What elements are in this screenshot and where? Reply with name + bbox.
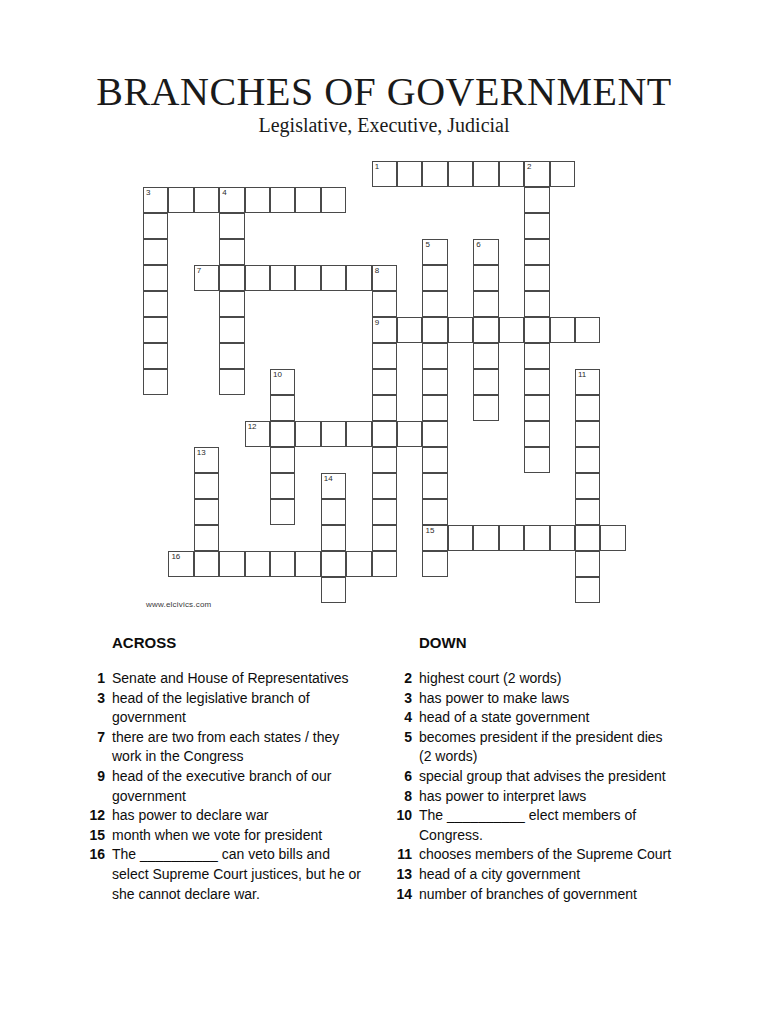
cell-r16-c5[interactable] — [245, 551, 270, 577]
clue-down-14: 14number of branches of government — [390, 885, 700, 905]
cell-r5-c4[interactable] — [219, 265, 244, 291]
across-heading: ACROSS — [105, 634, 383, 651]
cell-r5-c1[interactable] — [143, 265, 168, 291]
cell-r15-c3[interactable] — [194, 525, 219, 551]
cell-r14-c12[interactable] — [422, 499, 447, 525]
crossword-grid: 12345678910111213141516 — [143, 161, 626, 603]
cell-r14-c8[interactable] — [321, 499, 346, 525]
cell-number: 1 — [375, 162, 379, 172]
cell-r8-c16[interactable] — [524, 343, 549, 369]
clue-number: 8 — [390, 787, 412, 807]
cell-number: 8 — [375, 266, 379, 276]
cell-number: 16 — [171, 552, 180, 562]
cell-number: 2 — [527, 162, 531, 172]
cell-r9-c4[interactable] — [219, 369, 244, 395]
cell-r5-c14[interactable] — [473, 265, 498, 291]
clue-number: 12 — [83, 806, 105, 826]
cell-r13-c18[interactable] — [575, 473, 600, 499]
cell-r11-c16[interactable] — [524, 421, 549, 447]
clue-down-11: 11chooses members of the Supreme Court — [390, 845, 700, 865]
cell-r7-c13[interactable] — [448, 317, 473, 343]
cell-r5-c7[interactable] — [295, 265, 320, 291]
cell-r4-c1[interactable] — [143, 239, 168, 265]
cell-r2-c4[interactable]: 4 — [219, 187, 244, 213]
cell-r11-c8[interactable] — [321, 421, 346, 447]
cell-r2-c1[interactable]: 3 — [143, 187, 168, 213]
cell-r7-c14[interactable] — [473, 317, 498, 343]
cell-r1-c17[interactable] — [550, 161, 575, 187]
cell-r3-c16[interactable] — [524, 213, 549, 239]
clue-across-9: 9head of the executive branch of ourgove… — [83, 767, 383, 806]
cell-r6-c4[interactable] — [219, 291, 244, 317]
cell-r9-c10[interactable] — [372, 369, 397, 395]
cell-r10-c10[interactable] — [372, 395, 397, 421]
cell-r3-c1[interactable] — [143, 213, 168, 239]
clue-text: has power to interpret laws — [419, 787, 586, 807]
across-clues-section: ACROSS 1Senate and House of Representati… — [83, 634, 383, 904]
cell-r8-c4[interactable] — [219, 343, 244, 369]
clue-number: 4 — [390, 708, 412, 728]
cell-r6-c16[interactable] — [524, 291, 549, 317]
cell-number: 4 — [222, 188, 226, 198]
cell-r12-c6[interactable] — [270, 447, 295, 473]
cell-r10-c6[interactable] — [270, 395, 295, 421]
cell-r6-c12[interactable] — [422, 291, 447, 317]
cell-r3-c4[interactable] — [219, 213, 244, 239]
clue-down-6: 6special group that advises the presiden… — [390, 767, 700, 787]
cell-r16-c6[interactable] — [270, 551, 295, 577]
cell-r7-c18[interactable] — [575, 317, 600, 343]
cell-r11-c7[interactable] — [295, 421, 320, 447]
clue-down-4: 4head of a state government — [390, 708, 700, 728]
cell-r10-c14[interactable] — [473, 395, 498, 421]
cell-r16-c3[interactable] — [194, 551, 219, 577]
clue-list-across: 1Senate and House of Representatives3hea… — [83, 669, 383, 904]
cell-r4-c14[interactable]: 6 — [473, 239, 498, 265]
cell-r14-c6[interactable] — [270, 499, 295, 525]
clue-across-3: 3head of the legislative branch ofgovern… — [83, 689, 383, 728]
clue-text: head of the legislative branch ofgovernm… — [112, 689, 310, 728]
cell-r1-c10[interactable]: 1 — [372, 161, 397, 187]
cell-r9-c18[interactable]: 11 — [575, 369, 600, 395]
clue-number: 1 — [83, 669, 105, 689]
cell-r9-c12[interactable] — [422, 369, 447, 395]
cell-r16-c18[interactable] — [575, 551, 600, 577]
cell-r10-c16[interactable] — [524, 395, 549, 421]
cell-r12-c3[interactable]: 13 — [194, 447, 219, 473]
cell-r7-c12[interactable] — [422, 317, 447, 343]
cell-number: 3 — [146, 188, 150, 198]
page-title: BRANCHES OF GOVERNMENT — [0, 68, 768, 115]
clue-across-16: 16The __________ can veto bills andselec… — [83, 845, 383, 904]
clue-number: 6 — [390, 767, 412, 787]
cell-r15-c12[interactable]: 15 — [422, 525, 447, 551]
cell-r1-c16[interactable]: 2 — [524, 161, 549, 187]
cell-r5-c9[interactable] — [346, 265, 371, 291]
cell-r5-c8[interactable] — [321, 265, 346, 291]
clue-down-5: 5becomes president if the president dies… — [390, 728, 700, 767]
clue-across-1: 1Senate and House of Representatives — [83, 669, 383, 689]
cell-r12-c18[interactable] — [575, 447, 600, 473]
cell-r16-c9[interactable] — [346, 551, 371, 577]
cell-r14-c18[interactable] — [575, 499, 600, 525]
clue-across-12: 12has power to declare war — [83, 806, 383, 826]
cell-r13-c6[interactable] — [270, 473, 295, 499]
clue-list-down: 2highest court (2 words)3has power to ma… — [390, 669, 700, 904]
cell-r4-c4[interactable] — [219, 239, 244, 265]
cell-number: 7 — [197, 266, 201, 276]
clue-across-15: 15month when we vote for president — [83, 826, 383, 846]
cell-r13-c12[interactable] — [422, 473, 447, 499]
cell-r7-c16[interactable] — [524, 317, 549, 343]
clue-text: month when we vote for president — [112, 826, 322, 846]
cell-r5-c10[interactable]: 8 — [372, 265, 397, 291]
cell-r2-c7[interactable] — [295, 187, 320, 213]
cell-r9-c6[interactable]: 10 — [270, 369, 295, 395]
clue-down-2: 2highest court (2 words) — [390, 669, 700, 689]
clue-down-8: 8has power to interpret laws — [390, 787, 700, 807]
cell-r15-c13[interactable] — [448, 525, 473, 551]
cell-r2-c2[interactable] — [168, 187, 193, 213]
cell-r12-c16[interactable] — [524, 447, 549, 473]
cell-number: 14 — [324, 474, 333, 484]
cell-r14-c3[interactable] — [194, 499, 219, 525]
clue-number: 13 — [390, 865, 412, 885]
clue-across-7: 7there are two from each states / theywo… — [83, 728, 383, 767]
cell-r5-c5[interactable] — [245, 265, 270, 291]
cell-r12-c12[interactable] — [422, 447, 447, 473]
cell-r7-c17[interactable] — [550, 317, 575, 343]
cell-number: 9 — [375, 318, 379, 328]
cell-r5-c6[interactable] — [270, 265, 295, 291]
cell-r13-c10[interactable] — [372, 473, 397, 499]
cell-r17-c18[interactable] — [575, 577, 600, 603]
cell-r11-c6[interactable] — [270, 421, 295, 447]
cell-r2-c5[interactable] — [245, 187, 270, 213]
cell-r11-c9[interactable] — [346, 421, 371, 447]
cell-r4-c12[interactable]: 5 — [422, 239, 447, 265]
clue-number: 7 — [83, 728, 105, 767]
cell-number: 10 — [273, 370, 282, 380]
cell-number: 6 — [476, 240, 480, 250]
cell-r7-c1[interactable] — [143, 317, 168, 343]
cell-r16-c2[interactable]: 16 — [168, 551, 193, 577]
cell-number: 11 — [578, 370, 586, 380]
cell-r2-c6[interactable] — [270, 187, 295, 213]
cell-r10-c18[interactable] — [575, 395, 600, 421]
clue-text: highest court (2 words) — [419, 669, 561, 689]
clue-number: 15 — [83, 826, 105, 846]
cell-r7-c11[interactable] — [397, 317, 422, 343]
cell-r15-c18[interactable] — [575, 525, 600, 551]
clue-text: Senate and House of Representatives — [112, 669, 349, 689]
cell-r15-c8[interactable] — [321, 525, 346, 551]
cell-r7-c4[interactable] — [219, 317, 244, 343]
cell-r1-c12[interactable] — [422, 161, 447, 187]
clue-text: head of a state government — [419, 708, 589, 728]
cell-r5-c12[interactable] — [422, 265, 447, 291]
source-url: www.elcivics.com — [146, 600, 211, 609]
cell-r16-c8[interactable] — [321, 551, 346, 577]
cell-r1-c13[interactable] — [448, 161, 473, 187]
clue-number: 3 — [83, 689, 105, 728]
clue-number: 5 — [390, 728, 412, 767]
cell-r9-c14[interactable] — [473, 369, 498, 395]
clue-text: there are two from each states / theywor… — [112, 728, 339, 767]
cell-r15-c17[interactable] — [550, 525, 575, 551]
cell-r1-c11[interactable] — [397, 161, 422, 187]
cell-r16-c7[interactable] — [295, 551, 320, 577]
cell-r11-c11[interactable] — [397, 421, 422, 447]
cell-r15-c14[interactable] — [473, 525, 498, 551]
cell-r13-c3[interactable] — [194, 473, 219, 499]
cell-r15-c15[interactable] — [499, 525, 524, 551]
cell-r7-c15[interactable] — [499, 317, 524, 343]
cell-r11-c10[interactable] — [372, 421, 397, 447]
clue-text: becomes president if the president dies(… — [419, 728, 663, 767]
clue-text: head of a city government — [419, 865, 580, 885]
cell-r6-c14[interactable] — [473, 291, 498, 317]
clue-number: 9 — [83, 767, 105, 806]
cell-r11-c5[interactable]: 12 — [245, 421, 270, 447]
cell-r15-c19[interactable] — [600, 525, 625, 551]
cell-r8-c1[interactable] — [143, 343, 168, 369]
clue-number: 2 — [390, 669, 412, 689]
clue-text: head of the executive branch of ourgover… — [112, 767, 331, 806]
cell-number: 15 — [425, 526, 434, 536]
cell-r2-c8[interactable] — [321, 187, 346, 213]
cell-r13-c8[interactable]: 14 — [321, 473, 346, 499]
cell-r16-c4[interactable] — [219, 551, 244, 577]
cell-r8-c14[interactable] — [473, 343, 498, 369]
cell-r7-c10[interactable]: 9 — [372, 317, 397, 343]
cell-number: 5 — [425, 240, 429, 250]
cell-r17-c8[interactable] — [321, 577, 346, 603]
page-subtitle: Legislative, Executive, Judicial — [0, 114, 768, 137]
clue-down-10: 10The __________ elect members ofCongres… — [390, 806, 700, 845]
cell-r6-c10[interactable] — [372, 291, 397, 317]
cell-r5-c3[interactable]: 7 — [194, 265, 219, 291]
cell-r15-c10[interactable] — [372, 525, 397, 551]
cell-r16-c12[interactable] — [422, 551, 447, 577]
cell-r16-c10[interactable] — [372, 551, 397, 577]
cell-r11-c18[interactable] — [575, 421, 600, 447]
clue-text: chooses members of the Supreme Court — [419, 845, 671, 865]
cell-r11-c12[interactable] — [422, 421, 447, 447]
down-heading: DOWN — [412, 634, 700, 651]
cell-r14-c10[interactable] — [372, 499, 397, 525]
cell-r5-c16[interactable] — [524, 265, 549, 291]
clue-number: 16 — [83, 845, 105, 904]
cell-r6-c1[interactable] — [143, 291, 168, 317]
cell-r2-c16[interactable] — [524, 187, 549, 213]
clue-down-3: 3has power to make laws — [390, 689, 700, 709]
cell-number: 12 — [248, 422, 257, 432]
cell-r4-c16[interactable] — [524, 239, 549, 265]
cell-r1-c15[interactable] — [499, 161, 524, 187]
clue-text: special group that advises the president — [419, 767, 666, 787]
clue-down-13: 13head of a city government — [390, 865, 700, 885]
cell-r8-c12[interactable] — [422, 343, 447, 369]
cell-r10-c12[interactable] — [422, 395, 447, 421]
clue-number: 3 — [390, 689, 412, 709]
cell-r2-c3[interactable] — [194, 187, 219, 213]
clue-number: 10 — [390, 806, 412, 845]
cell-number: 13 — [197, 448, 206, 458]
cell-r12-c10[interactable] — [372, 447, 397, 473]
clue-text: The __________ elect members ofCongress. — [419, 806, 636, 845]
cell-r9-c16[interactable] — [524, 369, 549, 395]
cell-r1-c14[interactable] — [473, 161, 498, 187]
clue-number: 14 — [390, 885, 412, 905]
cell-r9-c1[interactable] — [143, 369, 168, 395]
cell-r15-c16[interactable] — [524, 525, 549, 551]
cell-r8-c10[interactable] — [372, 343, 397, 369]
down-clues-section: DOWN 2highest court (2 words)3has power … — [390, 634, 700, 904]
clue-number: 11 — [390, 845, 412, 865]
clue-text: number of branches of government — [419, 885, 637, 905]
clue-text: has power to make laws — [419, 689, 569, 709]
clue-text: The __________ can veto bills andselect … — [112, 845, 361, 904]
clue-text: has power to declare war — [112, 806, 268, 826]
